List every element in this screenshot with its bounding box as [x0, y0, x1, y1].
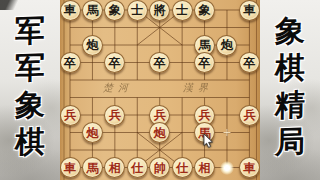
calligraphy-char: 精 [264, 85, 317, 124]
video-thumbnail: 军 军 象 棋 楚河 漢界 車馬象士將士象車炮馬炮卒卒卒卒卒兵兵兵兵兵炮炮馬車馬… [0, 0, 320, 180]
river-label-chu-he: 楚河 [90, 81, 146, 95]
piece-black-elephant[interactable]: 象 [194, 0, 215, 21]
calligraphy-char: 局 [264, 122, 317, 161]
piece-red-advisor[interactable]: 仕 [127, 157, 148, 178]
right-calligraphy-panel: 象 棋 精 局 [260, 0, 320, 180]
calligraphy-char: 军 [4, 11, 57, 50]
piece-black-horse[interactable]: 馬 [82, 0, 103, 21]
last-move-origin-marker [220, 161, 234, 175]
river-label-han-jie: 漢界 [170, 81, 226, 95]
piece-black-chariot[interactable]: 車 [239, 0, 260, 21]
piece-red-horse[interactable]: 馬 [82, 157, 103, 178]
piece-red-advisor[interactable]: 仕 [172, 157, 193, 178]
piece-red-chariot[interactable]: 車 [239, 157, 260, 178]
xiangqi-board[interactable]: 楚河 漢界 車馬象士將士象車炮馬炮卒卒卒卒卒兵兵兵兵兵炮炮馬車馬相仕帥仕相車 [60, 0, 260, 180]
mouse-cursor-icon [203, 134, 215, 148]
piece-red-soldier[interactable]: 兵 [239, 105, 260, 126]
piece-black-elephant[interactable]: 象 [104, 0, 125, 21]
piece-black-soldier[interactable]: 卒 [194, 52, 215, 73]
left-calligraphy-panel: 军 军 象 棋 [0, 0, 60, 180]
piece-black-advisor[interactable]: 士 [172, 0, 193, 21]
piece-black-advisor[interactable]: 士 [127, 0, 148, 21]
piece-red-soldier[interactable]: 兵 [104, 105, 125, 126]
calligraphy-char: 象 [264, 11, 317, 50]
calligraphy-char: 棋 [4, 122, 57, 161]
calligraphy-char: 棋 [264, 48, 317, 87]
piece-red-cannon[interactable]: 炮 [82, 122, 103, 143]
piece-black-cannon[interactable]: 炮 [82, 35, 103, 56]
piece-red-chariot[interactable]: 車 [60, 157, 81, 178]
piece-black-cannon[interactable]: 炮 [216, 35, 237, 56]
calligraphy-char: 军 [4, 48, 57, 87]
piece-red-soldier[interactable]: 兵 [60, 105, 81, 126]
piece-red-elephant[interactable]: 相 [194, 157, 215, 178]
piece-black-soldier[interactable]: 卒 [60, 52, 81, 73]
piece-black-general[interactable]: 將 [149, 0, 170, 21]
piece-black-soldier[interactable]: 卒 [239, 52, 260, 73]
calligraphy-char: 象 [4, 85, 57, 124]
piece-black-chariot[interactable]: 車 [60, 0, 81, 21]
